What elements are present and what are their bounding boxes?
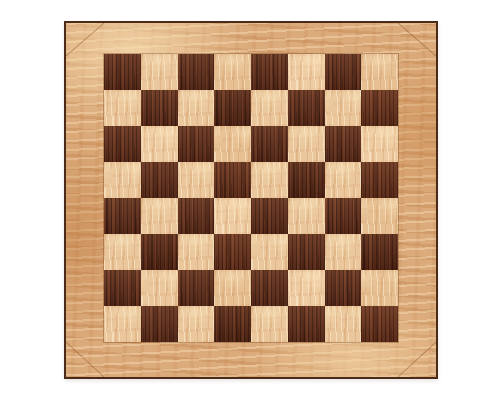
square-r6c4	[214, 234, 251, 270]
square-r5c4	[214, 198, 251, 234]
square-r4c6	[288, 162, 325, 198]
square-r2c1	[104, 90, 141, 126]
frame-miter-bottom-left	[66, 342, 104, 377]
square-r5c7	[325, 198, 362, 234]
square-r4c2	[141, 162, 178, 198]
square-r4c3	[178, 162, 215, 198]
square-r8c6	[288, 306, 325, 342]
square-r8c7	[325, 306, 362, 342]
square-r1c6	[288, 54, 325, 90]
square-r5c2	[141, 198, 178, 234]
square-r1c7	[325, 54, 362, 90]
square-r6c2	[141, 234, 178, 270]
square-r7c7	[325, 270, 362, 306]
square-r2c7	[325, 90, 362, 126]
square-r2c2	[141, 90, 178, 126]
square-r6c6	[288, 234, 325, 270]
square-r1c2	[141, 54, 178, 90]
square-r8c4	[214, 306, 251, 342]
square-r3c8	[361, 126, 398, 162]
square-r5c6	[288, 198, 325, 234]
frame-miter-top-right	[398, 23, 436, 56]
square-r3c6	[288, 126, 325, 162]
square-r5c5	[251, 198, 288, 234]
square-r2c8	[361, 90, 398, 126]
frame-miter-bottom-right	[398, 342, 436, 377]
square-r8c2	[141, 306, 178, 342]
square-r4c7	[325, 162, 362, 198]
square-r4c5	[251, 162, 288, 198]
square-r4c4	[214, 162, 251, 198]
square-r2c5	[251, 90, 288, 126]
square-r1c4	[214, 54, 251, 90]
square-r7c8	[361, 270, 398, 306]
square-r7c2	[141, 270, 178, 306]
square-r7c5	[251, 270, 288, 306]
square-r2c3	[178, 90, 215, 126]
square-r3c2	[141, 126, 178, 162]
chess-board	[64, 21, 438, 379]
square-r3c1	[104, 126, 141, 162]
square-r6c3	[178, 234, 215, 270]
square-r1c3	[178, 54, 215, 90]
square-r6c8	[361, 234, 398, 270]
square-r6c5	[251, 234, 288, 270]
square-r2c6	[288, 90, 325, 126]
square-r4c8	[361, 162, 398, 198]
square-r3c3	[178, 126, 215, 162]
square-r7c4	[214, 270, 251, 306]
square-r2c4	[214, 90, 251, 126]
square-r3c5	[251, 126, 288, 162]
square-r7c3	[178, 270, 215, 306]
square-r8c3	[178, 306, 215, 342]
square-r5c3	[178, 198, 215, 234]
square-r8c8	[361, 306, 398, 342]
square-r3c7	[325, 126, 362, 162]
square-r6c1	[104, 234, 141, 270]
square-r3c4	[214, 126, 251, 162]
square-r1c8	[361, 54, 398, 90]
square-r4c1	[104, 162, 141, 198]
square-r1c5	[251, 54, 288, 90]
square-r5c1	[104, 198, 141, 234]
square-r8c5	[251, 306, 288, 342]
square-r8c1	[104, 306, 141, 342]
board-grid	[104, 54, 398, 342]
frame-miter-top-left	[66, 23, 104, 56]
square-r5c8	[361, 198, 398, 234]
photo-stage	[0, 0, 500, 400]
square-r7c1	[104, 270, 141, 306]
square-r6c7	[325, 234, 362, 270]
square-r1c1	[104, 54, 141, 90]
square-r7c6	[288, 270, 325, 306]
